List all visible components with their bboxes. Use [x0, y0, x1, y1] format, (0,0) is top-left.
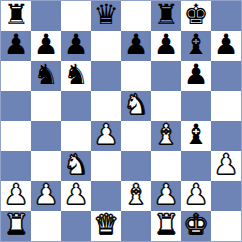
square-f1[interactable]: ♜	[151, 211, 181, 241]
square-g7[interactable]: ♝	[181, 31, 211, 61]
white-pawn-icon[interactable]: ♟	[213, 151, 238, 179]
square-b8[interactable]	[31, 1, 61, 31]
square-c7[interactable]: ♟	[61, 31, 91, 61]
white-bishop-icon[interactable]: ♝	[123, 181, 148, 209]
square-h1[interactable]	[211, 211, 241, 241]
square-h4[interactable]	[211, 121, 241, 151]
square-e7[interactable]: ♟	[121, 31, 151, 61]
square-d6[interactable]	[91, 61, 121, 91]
square-b5[interactable]	[31, 91, 61, 121]
white-pawn-icon[interactable]: ♟	[153, 181, 178, 209]
square-c6[interactable]: ♞	[61, 61, 91, 91]
square-e3[interactable]	[121, 151, 151, 181]
black-pawn-icon[interactable]: ♟	[153, 31, 178, 59]
square-b1[interactable]	[31, 211, 61, 241]
black-pawn-icon[interactable]: ♟	[63, 31, 88, 59]
square-b3[interactable]	[31, 151, 61, 181]
white-knight-icon[interactable]: ♞	[63, 151, 88, 179]
square-b7[interactable]: ♟	[31, 31, 61, 61]
black-bishop-icon[interactable]: ♝	[183, 31, 208, 59]
square-h6[interactable]	[211, 61, 241, 91]
white-rook-icon[interactable]: ♜	[3, 211, 28, 239]
square-f5[interactable]	[151, 91, 181, 121]
square-g5[interactable]	[181, 91, 211, 121]
square-e8[interactable]	[121, 1, 151, 31]
black-king-icon[interactable]: ♚	[183, 1, 208, 29]
square-h2[interactable]	[211, 181, 241, 211]
white-queen-icon[interactable]: ♛	[93, 211, 118, 239]
square-f3[interactable]	[151, 151, 181, 181]
square-b4[interactable]	[31, 121, 61, 151]
square-c4[interactable]	[61, 121, 91, 151]
square-g8[interactable]: ♚	[181, 1, 211, 31]
square-h7[interactable]: ♟	[211, 31, 241, 61]
black-rook-icon[interactable]: ♜	[153, 1, 178, 29]
black-knight-icon[interactable]: ♞	[63, 61, 88, 89]
square-g1[interactable]: ♚	[181, 211, 211, 241]
square-a4[interactable]	[1, 121, 31, 151]
white-pawn-icon[interactable]: ♟	[63, 181, 88, 209]
square-d2[interactable]	[91, 181, 121, 211]
black-pawn-icon[interactable]: ♟	[33, 31, 58, 59]
square-c8[interactable]	[61, 1, 91, 31]
black-rook-icon[interactable]: ♜	[3, 1, 28, 29]
square-h3[interactable]: ♟	[211, 151, 241, 181]
white-knight-icon[interactable]: ♞	[123, 91, 148, 119]
white-pawn-icon[interactable]: ♟	[93, 121, 118, 149]
square-d1[interactable]: ♛	[91, 211, 121, 241]
white-rook-icon[interactable]: ♜	[153, 211, 178, 239]
square-e6[interactable]	[121, 61, 151, 91]
square-d5[interactable]	[91, 91, 121, 121]
square-e4[interactable]	[121, 121, 151, 151]
square-a1[interactable]: ♜	[1, 211, 31, 241]
square-a6[interactable]	[1, 61, 31, 91]
square-f6[interactable]	[151, 61, 181, 91]
square-f8[interactable]: ♜	[151, 1, 181, 31]
square-d8[interactable]: ♛	[91, 1, 121, 31]
square-g3[interactable]	[181, 151, 211, 181]
square-b2[interactable]: ♟	[31, 181, 61, 211]
square-d7[interactable]	[91, 31, 121, 61]
square-e2[interactable]: ♝	[121, 181, 151, 211]
square-b6[interactable]: ♞	[31, 61, 61, 91]
black-pawn-icon[interactable]: ♟	[123, 31, 148, 59]
square-e1[interactable]	[121, 211, 151, 241]
square-c5[interactable]	[61, 91, 91, 121]
square-d4[interactable]: ♟	[91, 121, 121, 151]
white-pawn-icon[interactable]: ♟	[3, 181, 28, 209]
square-d3[interactable]	[91, 151, 121, 181]
square-a3[interactable]	[1, 151, 31, 181]
white-pawn-icon[interactable]: ♟	[33, 181, 58, 209]
white-pawn-icon[interactable]: ♟	[183, 181, 208, 209]
square-f7[interactable]: ♟	[151, 31, 181, 61]
chess-board: ♜♛♜♚♟♟♟♟♟♝♟♞♞♟♞♟♝♝♞♟♟♟♟♝♟♟♜♛♜♚	[0, 0, 242, 242]
square-h5[interactable]	[211, 91, 241, 121]
black-pawn-icon[interactable]: ♟	[183, 61, 208, 89]
white-bishop-icon[interactable]: ♝	[153, 121, 178, 149]
square-a8[interactable]: ♜	[1, 1, 31, 31]
square-e5[interactable]: ♞	[121, 91, 151, 121]
black-pawn-icon[interactable]: ♟	[3, 31, 28, 59]
white-king-icon[interactable]: ♚	[183, 211, 208, 239]
square-c2[interactable]: ♟	[61, 181, 91, 211]
square-g6[interactable]: ♟	[181, 61, 211, 91]
square-a2[interactable]: ♟	[1, 181, 31, 211]
square-c3[interactable]: ♞	[61, 151, 91, 181]
square-c1[interactable]	[61, 211, 91, 241]
black-queen-icon[interactable]: ♛	[93, 1, 118, 29]
square-a5[interactable]	[1, 91, 31, 121]
square-f2[interactable]: ♟	[151, 181, 181, 211]
black-knight-icon[interactable]: ♞	[33, 61, 58, 89]
square-a7[interactable]: ♟	[1, 31, 31, 61]
square-h8[interactable]	[211, 1, 241, 31]
square-f4[interactable]: ♝	[151, 121, 181, 151]
square-g2[interactable]: ♟	[181, 181, 211, 211]
black-bishop-icon[interactable]: ♝	[183, 121, 208, 149]
black-pawn-icon[interactable]: ♟	[213, 31, 238, 59]
square-g4[interactable]: ♝	[181, 121, 211, 151]
